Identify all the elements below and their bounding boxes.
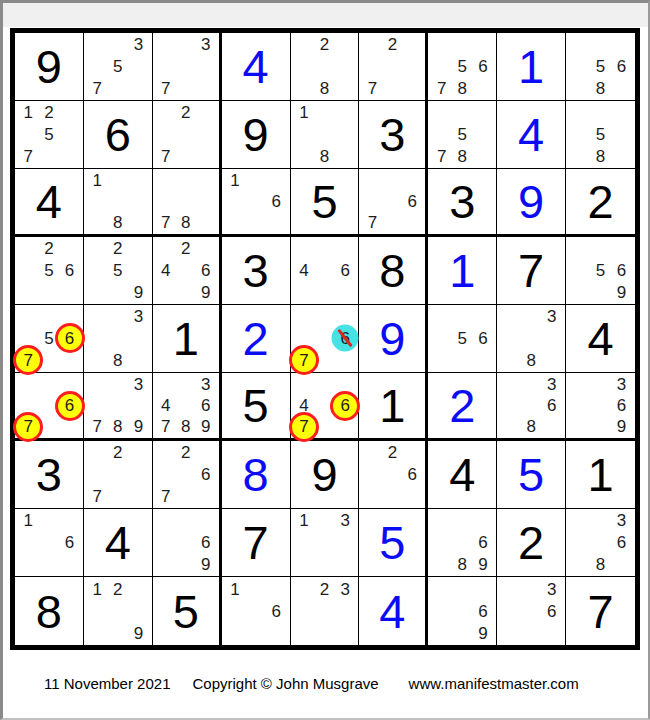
candidate-digit: 7 bbox=[24, 418, 33, 435]
cell-r5c6[interactable]: 9 bbox=[359, 305, 428, 373]
candidate-grid: 58 bbox=[569, 102, 632, 167]
cell-r2c4[interactable]: 9 bbox=[222, 101, 291, 169]
candidate-digit: 7 bbox=[368, 80, 377, 97]
candidate-digit: 5 bbox=[596, 58, 605, 75]
cell-r8c7[interactable]: 689 bbox=[428, 509, 497, 577]
candidate-digit: 5 bbox=[458, 58, 467, 75]
cell-r1c2[interactable]: 357 bbox=[84, 33, 153, 101]
candidate-digit: 2 bbox=[181, 240, 190, 257]
candidate-grid: 18 bbox=[87, 170, 149, 233]
candidate-digit: 3 bbox=[547, 376, 556, 393]
candidate-digit: 9 bbox=[201, 418, 210, 435]
cell-r3c2[interactable]: 18 bbox=[84, 169, 153, 237]
candidate-grid: 5678 bbox=[431, 34, 493, 99]
candidate-digit: 2 bbox=[113, 581, 122, 598]
cell-r5c5[interactable]: 67 bbox=[291, 305, 360, 373]
candidate-digit: 3 bbox=[617, 512, 626, 529]
cell-r3c6[interactable]: 67 bbox=[359, 169, 428, 237]
candidate-digit: 1 bbox=[299, 512, 308, 529]
candidate-grid: 16 bbox=[18, 510, 80, 575]
candidate-digit: 9 bbox=[134, 625, 143, 642]
candidate-digit: 7 bbox=[161, 148, 170, 165]
candidate-grid: 267 bbox=[156, 442, 216, 507]
candidate-digit: 6 bbox=[478, 330, 487, 347]
candidate-digit: 6 bbox=[65, 397, 74, 414]
candidate-digit: 8 bbox=[596, 148, 605, 165]
cell-r4c5[interactable]: 46 bbox=[291, 237, 360, 305]
solved-digit: 4 bbox=[379, 588, 405, 635]
candidate-digit: 2 bbox=[388, 36, 397, 53]
cell-r5c9[interactable]: 4 bbox=[566, 305, 635, 373]
candidate-digit: 8 bbox=[320, 148, 329, 165]
cell-r5c7[interactable]: 56 bbox=[428, 305, 497, 373]
cell-r7c6[interactable]: 26 bbox=[359, 441, 428, 509]
cell-r9c5[interactable]: 23 bbox=[291, 577, 360, 645]
candidate-grid: 37 bbox=[156, 34, 216, 99]
candidate-grid: 23 bbox=[294, 578, 356, 644]
candidate-digit: 6 bbox=[340, 397, 349, 414]
candidate-grid: 13 bbox=[294, 510, 356, 575]
candidate-grid: 36 bbox=[500, 578, 562, 644]
given-digit: 4 bbox=[105, 519, 131, 566]
cell-r7c9[interactable]: 1 bbox=[566, 441, 635, 509]
given-digit: 2 bbox=[587, 178, 613, 225]
cell-r8c6[interactable]: 5 bbox=[359, 509, 428, 577]
cell-r8c8[interactable]: 2 bbox=[497, 509, 566, 577]
candidate-digit: 6 bbox=[617, 262, 626, 279]
cell-r3c5[interactable]: 5 bbox=[291, 169, 360, 237]
cell-r9c2[interactable]: 129 bbox=[84, 577, 153, 645]
candidate-digit: 2 bbox=[320, 36, 329, 53]
candidate-digit: 2 bbox=[44, 104, 53, 121]
cell-r9c7[interactable]: 69 bbox=[428, 577, 497, 645]
candidate-digit: 7 bbox=[92, 80, 101, 97]
cell-r8c3[interactable]: 69 bbox=[153, 509, 222, 577]
candidate-grid: 569 bbox=[569, 238, 632, 303]
solved-digit: 5 bbox=[518, 451, 544, 498]
candidate-digit: 1 bbox=[299, 104, 308, 121]
candidate-digit: 5 bbox=[44, 262, 53, 279]
candidate-digit: 3 bbox=[134, 36, 143, 53]
cell-r1c8[interactable]: 1 bbox=[497, 33, 566, 101]
candidate-grid: 578 bbox=[431, 102, 493, 167]
candidate-digit: 7 bbox=[161, 488, 170, 505]
candidate-digit: 6 bbox=[478, 58, 487, 75]
cell-r6c1[interactable]: 67 bbox=[15, 373, 84, 441]
cell-r5c3[interactable]: 1 bbox=[153, 305, 222, 373]
candidate-digit: 7 bbox=[437, 80, 446, 97]
cell-r9c8[interactable]: 36 bbox=[497, 577, 566, 645]
candidate-digit: 3 bbox=[547, 308, 556, 325]
candidate-digit: 8 bbox=[458, 556, 467, 573]
candidate-digit: 7 bbox=[24, 148, 33, 165]
cell-r6c2[interactable]: 3789 bbox=[84, 373, 153, 441]
candidate-grid: 26 bbox=[362, 442, 422, 507]
candidate-digit: 2 bbox=[388, 444, 397, 461]
candidate-digit: 5 bbox=[596, 126, 605, 143]
cell-r3c8[interactable]: 9 bbox=[497, 169, 566, 237]
cell-r5c4[interactable]: 2 bbox=[222, 305, 291, 373]
candidate-digit: 7 bbox=[161, 418, 170, 435]
cell-r4c8[interactable]: 7 bbox=[497, 237, 566, 305]
candidate-grid: 16 bbox=[225, 170, 287, 233]
candidate-digit: 9 bbox=[201, 556, 210, 573]
candidate-grid: 256 bbox=[18, 238, 80, 303]
sudoku-board: 9357374282756781568125762791835784584187… bbox=[10, 28, 640, 650]
candidate-digit: 9 bbox=[201, 284, 210, 301]
given-digit: 9 bbox=[243, 111, 269, 158]
candidate-digit: 7 bbox=[24, 352, 33, 369]
candidate-digit: 4 bbox=[299, 397, 308, 414]
candidate-grid: 368 bbox=[500, 374, 562, 437]
candidate-digit: 3 bbox=[134, 376, 143, 393]
cell-r6c6[interactable]: 1 bbox=[359, 373, 428, 441]
cell-r7c4[interactable]: 8 bbox=[222, 441, 291, 509]
candidate-digit: 1 bbox=[92, 172, 101, 189]
candidate-grid: 2469 bbox=[156, 238, 216, 303]
candidate-digit: 2 bbox=[113, 240, 122, 257]
given-digit: 4 bbox=[36, 178, 62, 225]
cell-r8c4[interactable]: 7 bbox=[222, 509, 291, 577]
cell-r4c9[interactable]: 569 bbox=[566, 237, 635, 305]
candidate-digit: 3 bbox=[340, 581, 349, 598]
cell-r7c5[interactable]: 9 bbox=[291, 441, 360, 509]
solved-digit: 4 bbox=[518, 111, 544, 158]
candidate-digit: 7 bbox=[437, 148, 446, 165]
given-digit: 5 bbox=[243, 382, 269, 429]
cell-r1c1[interactable]: 9 bbox=[15, 33, 84, 101]
footer-date: 11 November 2021 bbox=[44, 675, 170, 692]
candidate-grid: 46 bbox=[294, 238, 356, 303]
candidate-grid: 69 bbox=[156, 510, 216, 575]
candidate-digit: 2 bbox=[113, 444, 122, 461]
candidate-digit: 6 bbox=[201, 397, 210, 414]
cell-r4c1[interactable]: 256 bbox=[15, 237, 84, 305]
candidate-grid: 38 bbox=[500, 306, 562, 371]
candidate-digit: 6 bbox=[201, 466, 210, 483]
given-digit: 8 bbox=[36, 588, 62, 635]
solved-digit: 8 bbox=[243, 451, 269, 498]
cell-r7c7[interactable]: 4 bbox=[428, 441, 497, 509]
candidate-digit: 9 bbox=[134, 284, 143, 301]
cell-r4c6[interactable]: 8 bbox=[359, 237, 428, 305]
given-digit: 7 bbox=[518, 247, 544, 294]
candidate-digit: 3 bbox=[201, 36, 210, 53]
candidate-digit: 8 bbox=[113, 214, 122, 231]
cell-r3c4[interactable]: 16 bbox=[222, 169, 291, 237]
solved-digit: 2 bbox=[243, 315, 269, 362]
candidate-digit: 7 bbox=[299, 352, 308, 369]
candidate-grid: 567 bbox=[18, 306, 80, 371]
candidate-grid: 38 bbox=[87, 306, 149, 371]
candidate-digit: 9 bbox=[617, 284, 626, 301]
cell-r9c6[interactable]: 4 bbox=[359, 577, 428, 645]
cell-r1c5[interactable]: 28 bbox=[291, 33, 360, 101]
candidate-grid: 129 bbox=[87, 578, 149, 644]
candidate-digit: 6 bbox=[478, 603, 487, 620]
candidate-digit: 1 bbox=[230, 581, 239, 598]
candidate-digit: 5 bbox=[113, 262, 122, 279]
cell-r2c1[interactable]: 1257 bbox=[15, 101, 84, 169]
given-digit: 8 bbox=[379, 247, 405, 294]
candidate-grid: 16 bbox=[225, 578, 287, 644]
page-top-band bbox=[3, 3, 648, 27]
candidate-grid: 67 bbox=[18, 374, 80, 437]
candidate-grid: 568 bbox=[569, 34, 632, 99]
candidate-digit: 8 bbox=[596, 556, 605, 573]
candidate-digit: 6 bbox=[547, 397, 556, 414]
cell-r9c4[interactable]: 16 bbox=[222, 577, 291, 645]
cell-r2c5[interactable]: 18 bbox=[291, 101, 360, 169]
candidate-digit: 6 bbox=[617, 58, 626, 75]
cell-r2c7[interactable]: 578 bbox=[428, 101, 497, 169]
cell-r3c7[interactable]: 3 bbox=[428, 169, 497, 237]
cell-r7c2[interactable]: 27 bbox=[84, 441, 153, 509]
candidate-digit: 3 bbox=[617, 376, 626, 393]
cell-r6c8[interactable]: 368 bbox=[497, 373, 566, 441]
candidate-digit: 6 bbox=[65, 534, 74, 551]
candidate-digit: 8 bbox=[596, 80, 605, 97]
candidate-grid: 368 bbox=[569, 510, 632, 575]
cell-r2c8[interactable]: 4 bbox=[497, 101, 566, 169]
candidate-digit: 1 bbox=[24, 512, 33, 529]
candidate-grid: 27 bbox=[362, 34, 422, 99]
cell-r7c3[interactable]: 267 bbox=[153, 441, 222, 509]
given-digit: 4 bbox=[587, 315, 613, 362]
candidate-digit: 9 bbox=[478, 625, 487, 642]
given-digit: 1 bbox=[587, 451, 613, 498]
cell-r6c3[interactable]: 346789 bbox=[153, 373, 222, 441]
candidate-digit: 5 bbox=[44, 330, 53, 347]
candidate-digit: 6 bbox=[340, 262, 349, 279]
cell-r2c2[interactable]: 6 bbox=[84, 101, 153, 169]
candidate-grid: 28 bbox=[294, 34, 356, 99]
cell-r4c4[interactable]: 3 bbox=[222, 237, 291, 305]
candidate-digit: 8 bbox=[181, 214, 190, 231]
given-digit: 6 bbox=[105, 111, 131, 158]
candidate-digit: 5 bbox=[458, 330, 467, 347]
candidate-grid: 67 bbox=[294, 306, 356, 371]
solved-digit: 9 bbox=[379, 315, 405, 362]
cell-r3c1[interactable]: 4 bbox=[15, 169, 84, 237]
given-digit: 3 bbox=[36, 451, 62, 498]
candidate-digit: 7 bbox=[161, 214, 170, 231]
given-digit: 3 bbox=[243, 247, 269, 294]
solved-digit: 1 bbox=[449, 247, 475, 294]
candidate-digit: 6 bbox=[478, 534, 487, 551]
candidate-digit: 2 bbox=[181, 104, 190, 121]
cell-r7c1[interactable]: 3 bbox=[15, 441, 84, 509]
given-digit: 1 bbox=[379, 382, 405, 429]
candidate-digit: 8 bbox=[458, 80, 467, 97]
footer-copyright: Copyright © John Musgrave bbox=[192, 675, 378, 692]
candidate-digit: 7 bbox=[92, 488, 101, 505]
candidate-grid: 259 bbox=[87, 238, 149, 303]
cell-r1c4[interactable]: 4 bbox=[222, 33, 291, 101]
cell-r9c3[interactable]: 5 bbox=[153, 577, 222, 645]
candidate-grid: 56 bbox=[431, 306, 493, 371]
candidate-digit: 4 bbox=[161, 397, 170, 414]
cell-r6c9[interactable]: 369 bbox=[566, 373, 635, 441]
candidate-digit: 6 bbox=[201, 262, 210, 279]
given-digit: 3 bbox=[379, 111, 405, 158]
candidate-grid: 3789 bbox=[87, 374, 149, 437]
candidate-digit: 5 bbox=[113, 58, 122, 75]
candidate-grid: 346789 bbox=[156, 374, 216, 437]
given-digit: 2 bbox=[518, 519, 544, 566]
cell-r9c1[interactable]: 8 bbox=[15, 577, 84, 645]
candidate-digit: 8 bbox=[113, 418, 122, 435]
candidate-digit: 8 bbox=[526, 352, 535, 369]
cell-r4c2[interactable]: 259 bbox=[84, 237, 153, 305]
candidate-grid: 18 bbox=[294, 102, 356, 167]
given-digit: 7 bbox=[243, 519, 269, 566]
candidate-digit: 6 bbox=[408, 193, 417, 210]
cell-r1c6[interactable]: 27 bbox=[359, 33, 428, 101]
cell-r7c8[interactable]: 5 bbox=[497, 441, 566, 509]
cell-r5c2[interactable]: 38 bbox=[84, 305, 153, 373]
cell-r2c9[interactable]: 58 bbox=[566, 101, 635, 169]
cell-r5c1[interactable]: 567 bbox=[15, 305, 84, 373]
candidate-digit: 1 bbox=[92, 581, 101, 598]
given-digit: 5 bbox=[173, 588, 199, 635]
candidate-digit: 6 bbox=[547, 603, 556, 620]
candidate-digit: 3 bbox=[134, 308, 143, 325]
cell-r6c4[interactable]: 5 bbox=[222, 373, 291, 441]
candidate-digit: 6 bbox=[271, 603, 280, 620]
candidate-digit: 3 bbox=[340, 512, 349, 529]
candidate-digit: 5 bbox=[596, 262, 605, 279]
candidate-digit: 6 bbox=[201, 534, 210, 551]
candidate-grid: 689 bbox=[431, 510, 493, 575]
candidate-digit: 8 bbox=[526, 418, 535, 435]
candidate-digit: 6 bbox=[617, 534, 626, 551]
given-digit: 7 bbox=[587, 588, 613, 635]
cell-r4c7[interactable]: 1 bbox=[428, 237, 497, 305]
given-digit: 9 bbox=[36, 43, 62, 90]
cell-r2c6[interactable]: 3 bbox=[359, 101, 428, 169]
given-digit: 9 bbox=[311, 451, 337, 498]
candidate-digit: 3 bbox=[201, 376, 210, 393]
candidate-digit: 4 bbox=[299, 262, 308, 279]
candidate-digit: 6 bbox=[617, 397, 626, 414]
candidate-digit: 7 bbox=[368, 214, 377, 231]
footer-website: www.manifestmaster.com bbox=[409, 675, 579, 692]
cell-r6c5[interactable]: 467 bbox=[291, 373, 360, 441]
solved-digit: 5 bbox=[379, 519, 405, 566]
cell-r8c5[interactable]: 13 bbox=[291, 509, 360, 577]
candidate-grid: 67 bbox=[362, 170, 422, 233]
candidate-digit: 2 bbox=[44, 240, 53, 257]
footer: 11 November 2021Copyright © John Musgrav… bbox=[44, 675, 579, 692]
candidate-digit: 1 bbox=[230, 172, 239, 189]
candidate-digit: 8 bbox=[458, 148, 467, 165]
cell-r4c3[interactable]: 2469 bbox=[153, 237, 222, 305]
solved-digit: 2 bbox=[449, 382, 475, 429]
candidate-digit: 5 bbox=[458, 126, 467, 143]
solved-digit: 1 bbox=[518, 43, 544, 90]
candidate-grid: 27 bbox=[87, 442, 149, 507]
cell-r9c9[interactable]: 7 bbox=[566, 577, 635, 645]
given-digit: 4 bbox=[449, 451, 475, 498]
cell-r3c9[interactable]: 2 bbox=[566, 169, 635, 237]
cell-r8c1[interactable]: 16 bbox=[15, 509, 84, 577]
cell-r1c9[interactable]: 568 bbox=[566, 33, 635, 101]
candidate-digit: 6 bbox=[65, 330, 74, 347]
candidate-digit: 7 bbox=[299, 418, 308, 435]
candidate-grid: 1257 bbox=[18, 102, 80, 167]
given-digit: 1 bbox=[173, 315, 199, 362]
candidate-digit: 8 bbox=[181, 418, 190, 435]
cell-r1c3[interactable]: 37 bbox=[153, 33, 222, 101]
candidate-grid: 467 bbox=[294, 374, 356, 437]
candidate-digit: 1 bbox=[24, 104, 33, 121]
candidate-digit: 8 bbox=[320, 80, 329, 97]
candidate-grid: 369 bbox=[569, 374, 632, 437]
solved-digit: 9 bbox=[518, 178, 544, 225]
cell-r6c7[interactable]: 2 bbox=[428, 373, 497, 441]
candidate-digit: 6 bbox=[65, 262, 74, 279]
cell-r8c2[interactable]: 4 bbox=[84, 509, 153, 577]
candidate-digit: 7 bbox=[161, 80, 170, 97]
candidate-digit: 8 bbox=[113, 352, 122, 369]
candidate-digit: 9 bbox=[478, 556, 487, 573]
candidate-digit: 5 bbox=[44, 126, 53, 143]
cell-r1c7[interactable]: 5678 bbox=[428, 33, 497, 101]
candidate-digit: 4 bbox=[161, 262, 170, 279]
given-digit: 3 bbox=[449, 178, 475, 225]
candidate-digit: 6 bbox=[408, 466, 417, 483]
cell-r5c8[interactable]: 38 bbox=[497, 305, 566, 373]
candidate-digit: 6 bbox=[271, 193, 280, 210]
solved-digit: 4 bbox=[243, 43, 269, 90]
cell-r3c3[interactable]: 78 bbox=[153, 169, 222, 237]
candidate-grid: 69 bbox=[431, 578, 493, 644]
candidate-digit: 3 bbox=[547, 581, 556, 598]
candidate-digit: 9 bbox=[617, 418, 626, 435]
cell-r8c9[interactable]: 368 bbox=[566, 509, 635, 577]
candidate-grid: 357 bbox=[87, 34, 149, 99]
candidate-grid: 27 bbox=[156, 102, 216, 167]
cell-r2c3[interactable]: 27 bbox=[153, 101, 222, 169]
candidate-grid: 78 bbox=[156, 170, 216, 233]
candidate-digit: 9 bbox=[134, 418, 143, 435]
candidate-digit: 2 bbox=[320, 581, 329, 598]
candidate-digit: 7 bbox=[92, 418, 101, 435]
candidate-digit: 2 bbox=[181, 444, 190, 461]
given-digit: 5 bbox=[311, 178, 337, 225]
